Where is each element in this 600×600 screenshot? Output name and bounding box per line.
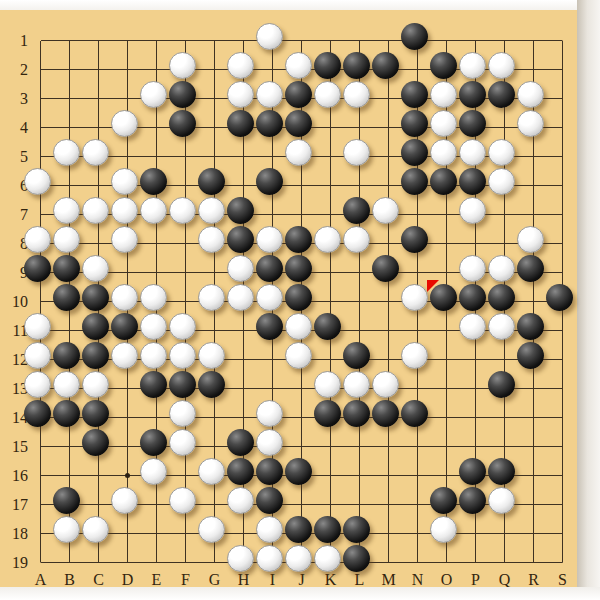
intersection-O11[interactable]: [432, 316, 461, 345]
intersection-P15[interactable]: [461, 432, 490, 461]
intersection-C13[interactable]: [84, 374, 113, 403]
intersection-Q1[interactable]: [490, 26, 519, 55]
intersection-I16[interactable]: [258, 461, 287, 490]
intersection-H2[interactable]: [229, 55, 258, 84]
intersection-M6[interactable]: [374, 171, 403, 200]
intersection-Q7[interactable]: [490, 200, 519, 229]
intersection-O2[interactable]: [432, 55, 461, 84]
intersection-J3[interactable]: [287, 84, 316, 113]
intersection-S18[interactable]: [548, 519, 577, 548]
intersection-L8[interactable]: [345, 229, 374, 258]
intersection-Q5[interactable]: [490, 142, 519, 171]
intersection-O13[interactable]: [432, 374, 461, 403]
intersection-M9[interactable]: [374, 258, 403, 287]
intersection-H8[interactable]: [229, 229, 258, 258]
intersection-E11[interactable]: [142, 316, 171, 345]
intersection-P12[interactable]: [461, 345, 490, 374]
intersection-D15[interactable]: [113, 432, 142, 461]
intersection-E1[interactable]: [142, 26, 171, 55]
intersection-J13[interactable]: [287, 374, 316, 403]
intersection-K1[interactable]: [316, 26, 345, 55]
intersection-M14[interactable]: [374, 403, 403, 432]
intersection-Q8[interactable]: [490, 229, 519, 258]
intersection-L14[interactable]: [345, 403, 374, 432]
intersection-D6[interactable]: [113, 171, 142, 200]
intersection-O16[interactable]: [432, 461, 461, 490]
intersection-P1[interactable]: [461, 26, 490, 55]
intersection-S3[interactable]: [548, 84, 577, 113]
intersection-L4[interactable]: [345, 113, 374, 142]
intersection-C11[interactable]: [84, 316, 113, 345]
intersection-I1[interactable]: [258, 26, 287, 55]
intersection-L17[interactable]: [345, 490, 374, 519]
intersection-C7[interactable]: [84, 200, 113, 229]
intersection-R14[interactable]: [519, 403, 548, 432]
intersection-A12[interactable]: [26, 345, 55, 374]
intersection-E5[interactable]: [142, 142, 171, 171]
intersection-B17[interactable]: [55, 490, 84, 519]
intersection-K9[interactable]: [316, 258, 345, 287]
intersection-J9[interactable]: [287, 258, 316, 287]
intersection-B11[interactable]: [55, 316, 84, 345]
intersection-H1[interactable]: [229, 26, 258, 55]
intersection-B5[interactable]: [55, 142, 84, 171]
intersection-E8[interactable]: [142, 229, 171, 258]
intersection-A8[interactable]: [26, 229, 55, 258]
intersection-A2[interactable]: [26, 55, 55, 84]
intersection-A18[interactable]: [26, 519, 55, 548]
intersection-E16[interactable]: [142, 461, 171, 490]
intersection-L5[interactable]: [345, 142, 374, 171]
intersection-B3[interactable]: [55, 84, 84, 113]
intersection-P8[interactable]: [461, 229, 490, 258]
intersection-S16[interactable]: [548, 461, 577, 490]
intersection-E14[interactable]: [142, 403, 171, 432]
intersection-D18[interactable]: [113, 519, 142, 548]
intersection-S11[interactable]: [548, 316, 577, 345]
intersection-B10[interactable]: [55, 287, 84, 316]
intersection-G13[interactable]: [200, 374, 229, 403]
intersection-C4[interactable]: [84, 113, 113, 142]
intersection-G12[interactable]: [200, 345, 229, 374]
intersection-G11[interactable]: [200, 316, 229, 345]
intersection-Q16[interactable]: [490, 461, 519, 490]
intersection-D13[interactable]: [113, 374, 142, 403]
intersection-K13[interactable]: [316, 374, 345, 403]
intersection-Q18[interactable]: [490, 519, 519, 548]
intersection-J1[interactable]: [287, 26, 316, 55]
intersection-O18[interactable]: [432, 519, 461, 548]
intersection-G18[interactable]: [200, 519, 229, 548]
intersection-R1[interactable]: [519, 26, 548, 55]
intersection-C15[interactable]: [84, 432, 113, 461]
intersection-R12[interactable]: [519, 345, 548, 374]
intersection-N7[interactable]: [403, 200, 432, 229]
intersection-S7[interactable]: [548, 200, 577, 229]
intersection-L11[interactable]: [345, 316, 374, 345]
intersection-I2[interactable]: [258, 55, 287, 84]
intersection-P10[interactable]: [461, 287, 490, 316]
intersection-I4[interactable]: [258, 113, 287, 142]
intersection-O7[interactable]: [432, 200, 461, 229]
intersection-H13[interactable]: [229, 374, 258, 403]
intersection-N12[interactable]: [403, 345, 432, 374]
intersection-F12[interactable]: [171, 345, 200, 374]
intersection-J14[interactable]: [287, 403, 316, 432]
intersection-G16[interactable]: [200, 461, 229, 490]
intersection-I14[interactable]: [258, 403, 287, 432]
intersection-F18[interactable]: [171, 519, 200, 548]
intersection-J18[interactable]: [287, 519, 316, 548]
intersection-N18[interactable]: [403, 519, 432, 548]
intersection-N17[interactable]: [403, 490, 432, 519]
intersection-O6[interactable]: [432, 171, 461, 200]
intersection-A4[interactable]: [26, 113, 55, 142]
intersection-L15[interactable]: [345, 432, 374, 461]
intersection-H9[interactable]: [229, 258, 258, 287]
intersection-D5[interactable]: [113, 142, 142, 171]
intersection-J17[interactable]: [287, 490, 316, 519]
intersection-S2[interactable]: [548, 55, 577, 84]
intersection-I3[interactable]: [258, 84, 287, 113]
intersection-M7[interactable]: [374, 200, 403, 229]
intersection-M3[interactable]: [374, 84, 403, 113]
intersection-K10[interactable]: [316, 287, 345, 316]
intersection-J7[interactable]: [287, 200, 316, 229]
intersection-B14[interactable]: [55, 403, 84, 432]
intersection-Q11[interactable]: [490, 316, 519, 345]
intersection-K4[interactable]: [316, 113, 345, 142]
intersection-K5[interactable]: [316, 142, 345, 171]
intersection-G10[interactable]: [200, 287, 229, 316]
intersection-I6[interactable]: [258, 171, 287, 200]
intersection-Q9[interactable]: [490, 258, 519, 287]
intersection-N2[interactable]: [403, 55, 432, 84]
intersection-P17[interactable]: [461, 490, 490, 519]
intersection-P11[interactable]: [461, 316, 490, 345]
intersection-N1[interactable]: [403, 26, 432, 55]
intersection-L9[interactable]: [345, 258, 374, 287]
intersection-M13[interactable]: [374, 374, 403, 403]
intersection-F1[interactable]: [171, 26, 200, 55]
intersection-I15[interactable]: [258, 432, 287, 461]
intersection-N3[interactable]: [403, 84, 432, 113]
intersection-C5[interactable]: [84, 142, 113, 171]
intersection-P4[interactable]: [461, 113, 490, 142]
intersection-R11[interactable]: [519, 316, 548, 345]
intersection-N11[interactable]: [403, 316, 432, 345]
intersection-S5[interactable]: [548, 142, 577, 171]
intersection-O3[interactable]: [432, 84, 461, 113]
intersection-S14[interactable]: [548, 403, 577, 432]
intersection-J10[interactable]: [287, 287, 316, 316]
intersection-N14[interactable]: [403, 403, 432, 432]
intersection-I17[interactable]: [258, 490, 287, 519]
intersection-G6[interactable]: [200, 171, 229, 200]
intersection-S13[interactable]: [548, 374, 577, 403]
intersection-R6[interactable]: [519, 171, 548, 200]
intersection-A11[interactable]: [26, 316, 55, 345]
intersection-L7[interactable]: [345, 200, 374, 229]
intersection-K14[interactable]: [316, 403, 345, 432]
intersection-S8[interactable]: [548, 229, 577, 258]
intersection-P14[interactable]: [461, 403, 490, 432]
intersection-G3[interactable]: [200, 84, 229, 113]
intersection-C12[interactable]: [84, 345, 113, 374]
intersection-I9[interactable]: [258, 258, 287, 287]
intersection-A7[interactable]: [26, 200, 55, 229]
intersection-K3[interactable]: [316, 84, 345, 113]
intersection-C18[interactable]: [84, 519, 113, 548]
intersection-R15[interactable]: [519, 432, 548, 461]
intersection-G5[interactable]: [200, 142, 229, 171]
intersection-J16[interactable]: [287, 461, 316, 490]
intersection-K18[interactable]: [316, 519, 345, 548]
intersection-F13[interactable]: [171, 374, 200, 403]
intersection-C10[interactable]: [84, 287, 113, 316]
intersection-R4[interactable]: [519, 113, 548, 142]
intersection-A15[interactable]: [26, 432, 55, 461]
intersection-Q6[interactable]: [490, 171, 519, 200]
intersection-D3[interactable]: [113, 84, 142, 113]
intersection-B9[interactable]: [55, 258, 84, 287]
intersection-R10[interactable]: [519, 287, 548, 316]
intersection-N13[interactable]: [403, 374, 432, 403]
intersection-K2[interactable]: [316, 55, 345, 84]
intersection-F2[interactable]: [171, 55, 200, 84]
intersection-D4[interactable]: [113, 113, 142, 142]
intersection-H3[interactable]: [229, 84, 258, 113]
intersection-B8[interactable]: [55, 229, 84, 258]
intersection-I8[interactable]: [258, 229, 287, 258]
intersection-M15[interactable]: [374, 432, 403, 461]
intersection-H5[interactable]: [229, 142, 258, 171]
intersection-A14[interactable]: [26, 403, 55, 432]
intersection-M2[interactable]: [374, 55, 403, 84]
intersection-S6[interactable]: [548, 171, 577, 200]
intersection-F10[interactable]: [171, 287, 200, 316]
intersection-F17[interactable]: [171, 490, 200, 519]
intersection-P2[interactable]: [461, 55, 490, 84]
intersection-P3[interactable]: [461, 84, 490, 113]
intersection-I7[interactable]: [258, 200, 287, 229]
intersection-B1[interactable]: [55, 26, 84, 55]
intersection-L10[interactable]: [345, 287, 374, 316]
intersection-D1[interactable]: [113, 26, 142, 55]
intersection-F4[interactable]: [171, 113, 200, 142]
intersection-O12[interactable]: [432, 345, 461, 374]
intersection-L13[interactable]: [345, 374, 374, 403]
intersection-I10[interactable]: [258, 287, 287, 316]
intersection-P16[interactable]: [461, 461, 490, 490]
intersection-C1[interactable]: [84, 26, 113, 55]
intersection-C14[interactable]: [84, 403, 113, 432]
intersection-R3[interactable]: [519, 84, 548, 113]
intersection-E12[interactable]: [142, 345, 171, 374]
intersection-N16[interactable]: [403, 461, 432, 490]
intersection-B13[interactable]: [55, 374, 84, 403]
intersection-S4[interactable]: [548, 113, 577, 142]
intersection-H4[interactable]: [229, 113, 258, 142]
intersection-K16[interactable]: [316, 461, 345, 490]
intersection-I18[interactable]: [258, 519, 287, 548]
intersection-I11[interactable]: [258, 316, 287, 345]
intersection-E13[interactable]: [142, 374, 171, 403]
intersection-Q12[interactable]: [490, 345, 519, 374]
intersection-D10[interactable]: [113, 287, 142, 316]
intersection-C17[interactable]: [84, 490, 113, 519]
intersection-G17[interactable]: [200, 490, 229, 519]
intersection-G7[interactable]: [200, 200, 229, 229]
intersection-B12[interactable]: [55, 345, 84, 374]
intersection-N6[interactable]: [403, 171, 432, 200]
intersection-D11[interactable]: [113, 316, 142, 345]
intersection-O10[interactable]: [432, 287, 461, 316]
intersection-J4[interactable]: [287, 113, 316, 142]
intersection-E10[interactable]: [142, 287, 171, 316]
intersection-P9[interactable]: [461, 258, 490, 287]
intersection-J15[interactable]: [287, 432, 316, 461]
intersection-J8[interactable]: [287, 229, 316, 258]
intersection-A16[interactable]: [26, 461, 55, 490]
intersection-R17[interactable]: [519, 490, 548, 519]
intersection-L2[interactable]: [345, 55, 374, 84]
intersection-B15[interactable]: [55, 432, 84, 461]
intersection-N8[interactable]: [403, 229, 432, 258]
intersection-R9[interactable]: [519, 258, 548, 287]
intersection-D8[interactable]: [113, 229, 142, 258]
intersection-S17[interactable]: [548, 490, 577, 519]
intersection-D12[interactable]: [113, 345, 142, 374]
intersection-F14[interactable]: [171, 403, 200, 432]
intersection-P13[interactable]: [461, 374, 490, 403]
intersection-B4[interactable]: [55, 113, 84, 142]
intersection-O17[interactable]: [432, 490, 461, 519]
intersection-Q3[interactable]: [490, 84, 519, 113]
intersection-F6[interactable]: [171, 171, 200, 200]
intersection-E15[interactable]: [142, 432, 171, 461]
intersection-P6[interactable]: [461, 171, 490, 200]
intersection-A1[interactable]: [26, 26, 55, 55]
intersection-A6[interactable]: [26, 171, 55, 200]
intersection-H15[interactable]: [229, 432, 258, 461]
intersection-M5[interactable]: [374, 142, 403, 171]
intersection-O14[interactable]: [432, 403, 461, 432]
intersection-E9[interactable]: [142, 258, 171, 287]
intersection-G14[interactable]: [200, 403, 229, 432]
intersection-N4[interactable]: [403, 113, 432, 142]
intersection-G9[interactable]: [200, 258, 229, 287]
intersection-P7[interactable]: [461, 200, 490, 229]
intersection-G1[interactable]: [200, 26, 229, 55]
intersection-K12[interactable]: [316, 345, 345, 374]
intersection-J2[interactable]: [287, 55, 316, 84]
intersection-I5[interactable]: [258, 142, 287, 171]
intersection-Q17[interactable]: [490, 490, 519, 519]
intersection-M10[interactable]: [374, 287, 403, 316]
intersection-K6[interactable]: [316, 171, 345, 200]
intersection-E17[interactable]: [142, 490, 171, 519]
intersection-E4[interactable]: [142, 113, 171, 142]
intersection-E18[interactable]: [142, 519, 171, 548]
intersection-F16[interactable]: [171, 461, 200, 490]
intersection-O1[interactable]: [432, 26, 461, 55]
intersection-K7[interactable]: [316, 200, 345, 229]
intersection-Q14[interactable]: [490, 403, 519, 432]
intersection-M12[interactable]: [374, 345, 403, 374]
intersection-R18[interactable]: [519, 519, 548, 548]
intersection-Q2[interactable]: [490, 55, 519, 84]
intersection-C8[interactable]: [84, 229, 113, 258]
intersection-O4[interactable]: [432, 113, 461, 142]
intersection-E7[interactable]: [142, 200, 171, 229]
intersection-S9[interactable]: [548, 258, 577, 287]
intersection-A10[interactable]: [26, 287, 55, 316]
intersection-D2[interactable]: [113, 55, 142, 84]
intersection-H18[interactable]: [229, 519, 258, 548]
intersection-H11[interactable]: [229, 316, 258, 345]
intersection-O5[interactable]: [432, 142, 461, 171]
intersection-R16[interactable]: [519, 461, 548, 490]
intersection-N15[interactable]: [403, 432, 432, 461]
intersection-G2[interactable]: [200, 55, 229, 84]
intersection-L16[interactable]: [345, 461, 374, 490]
intersection-B2[interactable]: [55, 55, 84, 84]
intersection-B16[interactable]: [55, 461, 84, 490]
intersection-M17[interactable]: [374, 490, 403, 519]
intersection-F8[interactable]: [171, 229, 200, 258]
intersection-A17[interactable]: [26, 490, 55, 519]
intersection-Q4[interactable]: [490, 113, 519, 142]
intersection-F5[interactable]: [171, 142, 200, 171]
intersection-M11[interactable]: [374, 316, 403, 345]
intersection-E3[interactable]: [142, 84, 171, 113]
intersection-G8[interactable]: [200, 229, 229, 258]
intersection-Q13[interactable]: [490, 374, 519, 403]
intersection-K15[interactable]: [316, 432, 345, 461]
intersection-F15[interactable]: [171, 432, 200, 461]
intersection-C6[interactable]: [84, 171, 113, 200]
intersection-K11[interactable]: [316, 316, 345, 345]
intersection-H12[interactable]: [229, 345, 258, 374]
intersection-Q10[interactable]: [490, 287, 519, 316]
intersection-K8[interactable]: [316, 229, 345, 258]
intersection-A3[interactable]: [26, 84, 55, 113]
intersection-S10[interactable]: [548, 287, 577, 316]
intersection-K17[interactable]: [316, 490, 345, 519]
intersection-G15[interactable]: [200, 432, 229, 461]
intersection-P5[interactable]: [461, 142, 490, 171]
intersection-D9[interactable]: [113, 258, 142, 287]
intersection-H14[interactable]: [229, 403, 258, 432]
intersection-L12[interactable]: [345, 345, 374, 374]
intersection-O15[interactable]: [432, 432, 461, 461]
intersection-R8[interactable]: [519, 229, 548, 258]
intersection-E2[interactable]: [142, 55, 171, 84]
intersection-L3[interactable]: [345, 84, 374, 113]
intersection-G4[interactable]: [200, 113, 229, 142]
intersection-M1[interactable]: [374, 26, 403, 55]
intersection-D7[interactable]: [113, 200, 142, 229]
intersection-R5[interactable]: [519, 142, 548, 171]
intersection-J12[interactable]: [287, 345, 316, 374]
intersection-L1[interactable]: [345, 26, 374, 55]
intersection-R13[interactable]: [519, 374, 548, 403]
intersection-H10[interactable]: [229, 287, 258, 316]
intersection-J5[interactable]: [287, 142, 316, 171]
intersection-F9[interactable]: [171, 258, 200, 287]
intersection-C2[interactable]: [84, 55, 113, 84]
